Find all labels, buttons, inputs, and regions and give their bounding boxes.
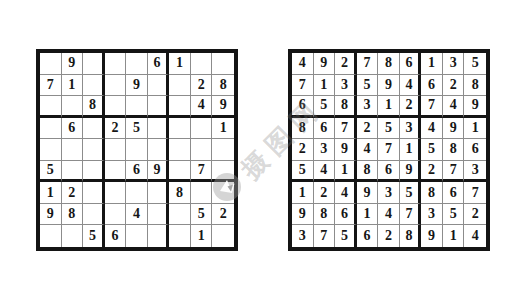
puzzle-cell-r1c5 (126, 53, 148, 75)
puzzle-cell-r7c2: 2 (62, 182, 84, 204)
puzzle-cell-r7c5 (126, 182, 148, 204)
puzzle-cell-r3c4 (105, 96, 127, 118)
solution-cell-r2c1: 7 (292, 75, 314, 97)
puzzle-cell-r2c7 (169, 75, 191, 97)
puzzle-cell-r4c3 (83, 118, 105, 140)
puzzle-cell-r2c1: 7 (40, 75, 62, 97)
solution-cell-r8c5: 4 (378, 204, 400, 226)
solution-cell-r8c2: 8 (314, 204, 336, 226)
puzzle-cell-r9c1 (40, 225, 62, 247)
puzzle-cell-r8c1: 9 (40, 204, 62, 226)
puzzle-cell-r6c1: 5 (40, 161, 62, 183)
solution-cell-r3c4: 3 (357, 96, 379, 118)
puzzle-cell-r8c2: 8 (62, 204, 84, 226)
puzzle-cell-r4c2: 6 (62, 118, 84, 140)
puzzle-cell-r1c7: 1 (169, 53, 191, 75)
puzzle-cell-r3c6 (148, 96, 170, 118)
solution-cell-r9c5: 2 (378, 225, 400, 247)
puzzle-cell-r2c3 (83, 75, 105, 97)
solution-cell-r2c9: 8 (464, 75, 486, 97)
solution-cell-r7c3: 4 (335, 182, 357, 204)
solution-cell-r4c7: 4 (421, 118, 443, 140)
solution-cell-r9c1: 3 (292, 225, 314, 247)
solution-cell-r3c3: 8 (335, 96, 357, 118)
solution-cell-r4c6: 3 (400, 118, 422, 140)
solution-cell-r9c9: 4 (464, 225, 486, 247)
solution-cell-r9c6: 8 (400, 225, 422, 247)
puzzle-cell-r2c2: 1 (62, 75, 84, 97)
solution-cell-r9c8: 1 (443, 225, 465, 247)
solution-cell-r1c8: 3 (443, 53, 465, 75)
puzzle-cell-r1c8 (191, 53, 213, 75)
puzzle-board: 961719288496251569712898452561 (36, 49, 238, 251)
solution-cell-r1c7: 1 (421, 53, 443, 75)
solution-cell-r2c7: 6 (421, 75, 443, 97)
puzzle-cell-r1c1 (40, 53, 62, 75)
puzzle-cell-r2c8: 2 (191, 75, 213, 97)
solution-cell-r6c6: 9 (400, 161, 422, 183)
solution-cell-r7c8: 6 (443, 182, 465, 204)
puzzle-cell-r6c6: 9 (148, 161, 170, 183)
puzzle-cell-r9c7 (169, 225, 191, 247)
puzzle-cell-r8c3 (83, 204, 105, 226)
puzzle-cell-r5c8 (191, 139, 213, 161)
solution-cell-r7c4: 9 (357, 182, 379, 204)
puzzle-cell-r9c6 (148, 225, 170, 247)
puzzle-cell-r8c6 (148, 204, 170, 226)
solution-cell-r7c9: 7 (464, 182, 486, 204)
solution-cell-r3c6: 2 (400, 96, 422, 118)
puzzle-cell-r6c7 (169, 161, 191, 183)
puzzle-cell-r2c4 (105, 75, 127, 97)
solution-cell-r3c1: 6 (292, 96, 314, 118)
solution-cell-r7c7: 8 (421, 182, 443, 204)
puzzle-cell-r1c9 (212, 53, 234, 75)
solution-cell-r1c3: 2 (335, 53, 357, 75)
puzzle-cell-r9c4: 6 (105, 225, 127, 247)
puzzle-cell-r7c9 (212, 182, 234, 204)
solution-cell-r7c6: 5 (400, 182, 422, 204)
solution-cell-r4c3: 7 (335, 118, 357, 140)
puzzle-cell-r3c7 (169, 96, 191, 118)
puzzle-cell-r5c2 (62, 139, 84, 161)
puzzle-cell-r5c5 (126, 139, 148, 161)
solution-cell-r3c2: 5 (314, 96, 336, 118)
puzzle-cell-r7c3 (83, 182, 105, 204)
solution-cell-r6c5: 6 (378, 161, 400, 183)
puzzle-cell-r5c7 (169, 139, 191, 161)
solution-cell-r4c2: 6 (314, 118, 336, 140)
puzzle-cell-r7c6 (148, 182, 170, 204)
puzzle-cell-r6c5: 6 (126, 161, 148, 183)
solution-cell-r8c4: 1 (357, 204, 379, 226)
solution-cell-r8c6: 7 (400, 204, 422, 226)
solution-cell-r2c4: 5 (357, 75, 379, 97)
puzzle-cell-r5c9 (212, 139, 234, 161)
solution-cell-r3c7: 7 (421, 96, 443, 118)
puzzle-cell-r3c3: 8 (83, 96, 105, 118)
solution-cell-r7c1: 1 (292, 182, 314, 204)
canvas: 961719288496251569712898452561 492786135… (0, 0, 525, 300)
solution-cell-r9c7: 9 (421, 225, 443, 247)
solution-cell-r1c9: 5 (464, 53, 486, 75)
solution-cell-r5c4: 4 (357, 139, 379, 161)
solution-cell-r9c4: 6 (357, 225, 379, 247)
puzzle-cell-r5c1 (40, 139, 62, 161)
solution-cell-r6c9: 3 (464, 161, 486, 183)
puzzle-cell-r4c6 (148, 118, 170, 140)
puzzle-cell-r2c9: 8 (212, 75, 234, 97)
solution-cell-r6c8: 7 (443, 161, 465, 183)
solution-cell-r7c5: 3 (378, 182, 400, 204)
puzzle-cell-r1c2: 9 (62, 53, 84, 75)
puzzle-cell-r9c3: 5 (83, 225, 105, 247)
solution-cell-r6c4: 8 (357, 161, 379, 183)
solution-cell-r8c7: 3 (421, 204, 443, 226)
solution-cell-r2c5: 9 (378, 75, 400, 97)
puzzle-cell-r6c9 (212, 161, 234, 183)
solution-cell-r9c2: 7 (314, 225, 336, 247)
solution-cell-r5c8: 8 (443, 139, 465, 161)
solution-cell-r3c5: 1 (378, 96, 400, 118)
puzzle-cell-r2c5: 9 (126, 75, 148, 97)
solution-cell-r1c5: 8 (378, 53, 400, 75)
puzzle-cell-r2c6 (148, 75, 170, 97)
puzzle-cell-r6c3 (83, 161, 105, 183)
solution-cell-r6c1: 5 (292, 161, 314, 183)
puzzle-cell-r3c9: 9 (212, 96, 234, 118)
puzzle-cell-r7c8 (191, 182, 213, 204)
puzzle-cell-r8c9: 2 (212, 204, 234, 226)
puzzle-cell-r7c7: 8 (169, 182, 191, 204)
puzzle-cell-r4c5: 5 (126, 118, 148, 140)
puzzle-cell-r4c7 (169, 118, 191, 140)
puzzle-cell-r9c8: 1 (191, 225, 213, 247)
puzzle-cell-r5c6 (148, 139, 170, 161)
solution-cell-r5c9: 6 (464, 139, 486, 161)
solution-cell-r8c3: 6 (335, 204, 357, 226)
solution-cell-r2c8: 2 (443, 75, 465, 97)
puzzle-cell-r1c4 (105, 53, 127, 75)
solution-cell-r5c7: 5 (421, 139, 443, 161)
puzzle-cell-r7c4 (105, 182, 127, 204)
solution-cell-r2c2: 1 (314, 75, 336, 97)
solution-cell-r1c4: 7 (357, 53, 379, 75)
puzzle-cell-r1c3 (83, 53, 105, 75)
solution-cell-r5c5: 7 (378, 139, 400, 161)
solution-cell-r5c6: 1 (400, 139, 422, 161)
puzzle-cell-r5c4 (105, 139, 127, 161)
puzzle-cell-r1c6: 6 (148, 53, 170, 75)
puzzle-cell-r3c8: 4 (191, 96, 213, 118)
solution-cell-r4c5: 5 (378, 118, 400, 140)
solution-cell-r7c2: 2 (314, 182, 336, 204)
solution-cell-r9c3: 5 (335, 225, 357, 247)
puzzle-cell-r6c2 (62, 161, 84, 183)
solution-cell-r4c9: 1 (464, 118, 486, 140)
puzzle-cell-r7c1: 1 (40, 182, 62, 204)
solution-cell-r6c3: 1 (335, 161, 357, 183)
puzzle-cell-r8c4 (105, 204, 127, 226)
puzzle-cell-r4c8 (191, 118, 213, 140)
solution-cell-r8c8: 5 (443, 204, 465, 226)
puzzle-cell-r5c3 (83, 139, 105, 161)
puzzle-cell-r9c2 (62, 225, 84, 247)
puzzle-cell-r6c8: 7 (191, 161, 213, 183)
solution-cell-r8c9: 2 (464, 204, 486, 226)
solution-cell-r4c4: 2 (357, 118, 379, 140)
solution-cell-r1c6: 6 (400, 53, 422, 75)
puzzle-cell-r4c9: 1 (212, 118, 234, 140)
solution-cell-r4c8: 9 (443, 118, 465, 140)
solution-cell-r2c6: 4 (400, 75, 422, 97)
puzzle-cell-r4c1 (40, 118, 62, 140)
puzzle-cell-r9c5 (126, 225, 148, 247)
solution-cell-r5c2: 3 (314, 139, 336, 161)
puzzle-cell-r9c9 (212, 225, 234, 247)
puzzle-cell-r3c2 (62, 96, 84, 118)
puzzle-cell-r3c1 (40, 96, 62, 118)
puzzle-cell-r8c7 (169, 204, 191, 226)
puzzle-cell-r8c5: 4 (126, 204, 148, 226)
puzzle-cell-r3c5 (126, 96, 148, 118)
solution-cell-r6c7: 2 (421, 161, 443, 183)
puzzle-cell-r8c8: 5 (191, 204, 213, 226)
puzzle-cell-r6c4 (105, 161, 127, 183)
solution-board: 4927861357135946286583127498672534912394… (288, 49, 490, 251)
solution-cell-r2c3: 3 (335, 75, 357, 97)
solution-cell-r5c1: 2 (292, 139, 314, 161)
solution-cell-r1c2: 9 (314, 53, 336, 75)
solution-cell-r8c1: 9 (292, 204, 314, 226)
solution-cell-r6c2: 4 (314, 161, 336, 183)
solution-cell-r3c8: 4 (443, 96, 465, 118)
solution-cell-r4c1: 8 (292, 118, 314, 140)
solution-cell-r1c1: 4 (292, 53, 314, 75)
solution-cell-r5c3: 9 (335, 139, 357, 161)
solution-cell-r3c9: 9 (464, 96, 486, 118)
puzzle-cell-r4c4: 2 (105, 118, 127, 140)
